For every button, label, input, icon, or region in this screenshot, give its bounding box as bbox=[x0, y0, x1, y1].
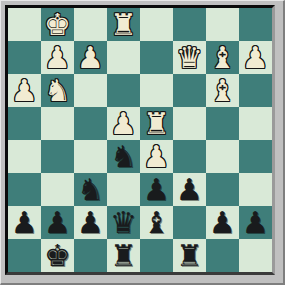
square-d8[interactable] bbox=[140, 239, 173, 272]
square-e5[interactable]: ♞ bbox=[107, 140, 140, 173]
square-c6[interactable]: ♟ bbox=[173, 173, 206, 206]
square-e7[interactable]: ♛ bbox=[107, 206, 140, 239]
board-frame: ♚♜♟♟♛♝♟♟♞♝♟♜♞♟♞♟♟♟♟♟♛♝♟♟♚♜♜ bbox=[5, 5, 275, 275]
square-c8[interactable]: ♜ bbox=[173, 239, 206, 272]
black-pawn: ♟ bbox=[11, 206, 38, 239]
square-h3[interactable]: ♟ bbox=[8, 74, 41, 107]
square-d2[interactable] bbox=[140, 41, 173, 74]
square-d7[interactable]: ♝ bbox=[140, 206, 173, 239]
black-queen: ♛ bbox=[110, 206, 137, 239]
black-rook: ♜ bbox=[176, 239, 203, 272]
square-b3[interactable]: ♝ bbox=[206, 74, 239, 107]
square-f8[interactable] bbox=[74, 239, 107, 272]
square-c5[interactable] bbox=[173, 140, 206, 173]
square-d6[interactable]: ♟ bbox=[140, 173, 173, 206]
chess-app-window: ♚♜♟♟♛♝♟♟♞♝♟♜♞♟♞♟♟♟♟♟♛♝♟♟♚♜♜ bbox=[0, 0, 285, 285]
square-g6[interactable] bbox=[41, 173, 74, 206]
square-g7[interactable]: ♟ bbox=[41, 206, 74, 239]
square-h8[interactable] bbox=[8, 239, 41, 272]
square-h4[interactable] bbox=[8, 107, 41, 140]
square-e3[interactable] bbox=[107, 74, 140, 107]
square-h6[interactable] bbox=[8, 173, 41, 206]
white-king: ♚ bbox=[44, 8, 71, 41]
white-pawn: ♟ bbox=[77, 41, 104, 74]
square-b6[interactable] bbox=[206, 173, 239, 206]
square-a8[interactable] bbox=[239, 239, 272, 272]
black-pawn: ♟ bbox=[143, 173, 170, 206]
white-pawn: ♟ bbox=[11, 74, 38, 107]
square-f5[interactable] bbox=[74, 140, 107, 173]
square-g4[interactable] bbox=[41, 107, 74, 140]
black-pawn: ♟ bbox=[209, 206, 236, 239]
black-pawn: ♟ bbox=[77, 206, 104, 239]
square-h7[interactable]: ♟ bbox=[8, 206, 41, 239]
white-queen: ♛ bbox=[176, 41, 203, 74]
black-knight: ♞ bbox=[77, 173, 104, 206]
square-a1[interactable] bbox=[239, 8, 272, 41]
square-d4[interactable]: ♜ bbox=[140, 107, 173, 140]
square-f7[interactable]: ♟ bbox=[74, 206, 107, 239]
black-bishop: ♝ bbox=[143, 206, 170, 239]
white-bishop: ♝ bbox=[209, 41, 236, 74]
square-g8[interactable]: ♚ bbox=[41, 239, 74, 272]
square-g2[interactable]: ♟ bbox=[41, 41, 74, 74]
square-e4[interactable]: ♟ bbox=[107, 107, 140, 140]
square-f2[interactable]: ♟ bbox=[74, 41, 107, 74]
square-c1[interactable] bbox=[173, 8, 206, 41]
square-a6[interactable] bbox=[239, 173, 272, 206]
square-a7[interactable]: ♟ bbox=[239, 206, 272, 239]
chess-board: ♚♜♟♟♛♝♟♟♞♝♟♜♞♟♞♟♟♟♟♟♛♝♟♟♚♜♜ bbox=[8, 8, 272, 272]
square-f4[interactable] bbox=[74, 107, 107, 140]
square-c7[interactable] bbox=[173, 206, 206, 239]
square-g5[interactable] bbox=[41, 140, 74, 173]
square-b5[interactable] bbox=[206, 140, 239, 173]
square-e1[interactable]: ♜ bbox=[107, 8, 140, 41]
square-h1[interactable] bbox=[8, 8, 41, 41]
square-a2[interactable]: ♟ bbox=[239, 41, 272, 74]
white-pawn: ♟ bbox=[110, 107, 137, 140]
white-pawn: ♟ bbox=[143, 140, 170, 173]
square-b7[interactable]: ♟ bbox=[206, 206, 239, 239]
square-c3[interactable] bbox=[173, 74, 206, 107]
black-pawn: ♟ bbox=[242, 206, 269, 239]
square-g1[interactable]: ♚ bbox=[41, 8, 74, 41]
black-pawn: ♟ bbox=[176, 173, 203, 206]
black-rook: ♜ bbox=[110, 239, 137, 272]
black-pawn: ♟ bbox=[44, 206, 71, 239]
square-g3[interactable]: ♞ bbox=[41, 74, 74, 107]
square-b4[interactable] bbox=[206, 107, 239, 140]
square-c4[interactable] bbox=[173, 107, 206, 140]
square-f3[interactable] bbox=[74, 74, 107, 107]
white-rook: ♜ bbox=[110, 8, 137, 41]
black-king: ♚ bbox=[44, 239, 71, 272]
square-c2[interactable]: ♛ bbox=[173, 41, 206, 74]
square-e6[interactable] bbox=[107, 173, 140, 206]
black-knight: ♞ bbox=[110, 140, 137, 173]
white-knight: ♞ bbox=[44, 74, 71, 107]
white-pawn: ♟ bbox=[242, 41, 269, 74]
square-f1[interactable] bbox=[74, 8, 107, 41]
square-b2[interactable]: ♝ bbox=[206, 41, 239, 74]
square-h5[interactable] bbox=[8, 140, 41, 173]
square-f6[interactable]: ♞ bbox=[74, 173, 107, 206]
white-rook: ♜ bbox=[143, 107, 170, 140]
white-pawn: ♟ bbox=[44, 41, 71, 74]
square-b1[interactable] bbox=[206, 8, 239, 41]
square-d5[interactable]: ♟ bbox=[140, 140, 173, 173]
white-bishop: ♝ bbox=[209, 74, 236, 107]
square-e2[interactable] bbox=[107, 41, 140, 74]
square-e8[interactable]: ♜ bbox=[107, 239, 140, 272]
square-d3[interactable] bbox=[140, 74, 173, 107]
square-b8[interactable] bbox=[206, 239, 239, 272]
square-d1[interactable] bbox=[140, 8, 173, 41]
square-a5[interactable] bbox=[239, 140, 272, 173]
square-h2[interactable] bbox=[8, 41, 41, 74]
square-a4[interactable] bbox=[239, 107, 272, 140]
square-a3[interactable] bbox=[239, 74, 272, 107]
